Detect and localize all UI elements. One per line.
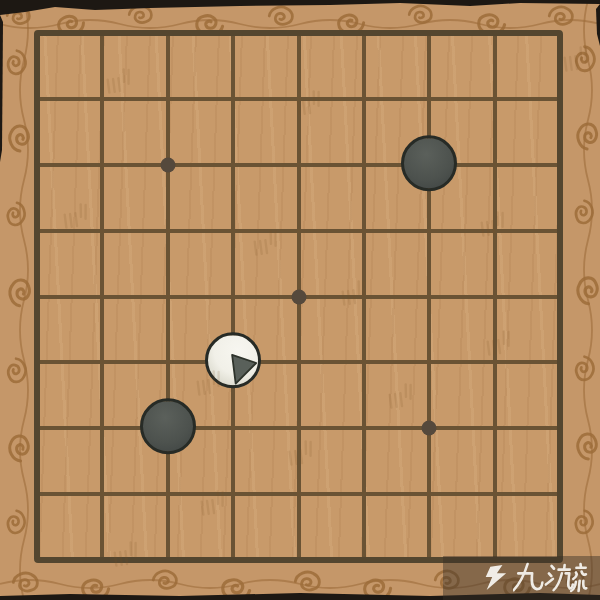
left-edge-shadow	[0, 15, 3, 162]
board-border	[34, 30, 563, 563]
top-edge-shadow	[0, 0, 600, 15]
brand-logo-text	[513, 561, 591, 595]
right-edge-shadow	[596, 4, 600, 46]
brand-logo-icon	[482, 563, 508, 593]
screenshot-root	[0, 0, 600, 600]
go-board[interactable]	[34, 30, 563, 563]
brand-watermark	[443, 556, 600, 600]
